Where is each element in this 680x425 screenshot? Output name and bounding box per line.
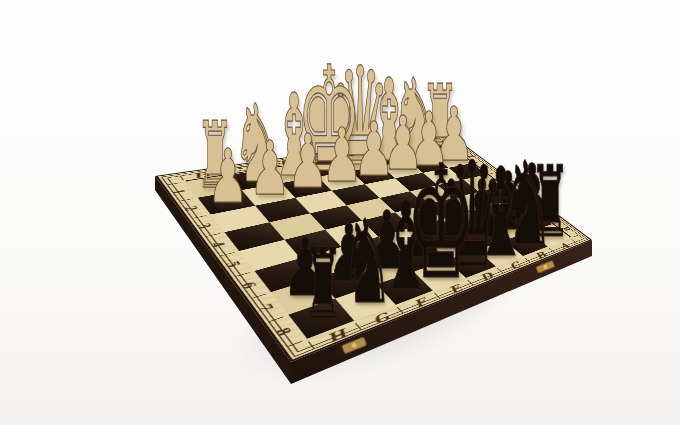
chess-set-photo: AA11BB22CC33DD44EE55FF66GG77HH88 ♜♞♝♟♛♟♚… [0,0,680,425]
